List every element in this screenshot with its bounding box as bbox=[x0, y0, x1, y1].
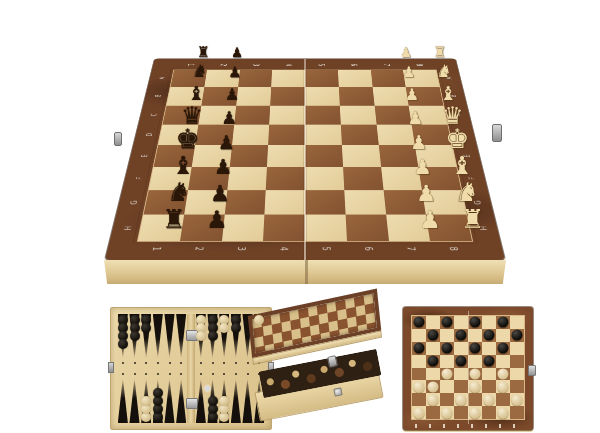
checkers-square-0-3 bbox=[454, 316, 468, 329]
coord-letter-label: E bbox=[446, 150, 486, 161]
checker-piece-black bbox=[442, 317, 453, 328]
checkers-square-0-2 bbox=[440, 316, 454, 329]
checkers-square-1-4 bbox=[468, 329, 482, 342]
checkers-square-2-5 bbox=[482, 342, 496, 355]
coord-number-label: 1 bbox=[143, 235, 170, 263]
checkers-square-2-1 bbox=[426, 342, 440, 355]
metal-snap-icon bbox=[204, 385, 211, 392]
point-marker-dot bbox=[212, 373, 214, 375]
chess-square-1-4 bbox=[305, 87, 340, 105]
chess-square-1-6 bbox=[372, 87, 409, 105]
checkers-square-5-7 bbox=[510, 380, 524, 393]
thumbnail-checkers-board[interactable] bbox=[403, 307, 533, 430]
checker-piece-light bbox=[442, 407, 453, 418]
checkers-square-3-4 bbox=[468, 355, 482, 368]
chess-square-6-3 bbox=[265, 190, 305, 215]
checker-piece-black bbox=[498, 343, 509, 354]
checker-piece-light bbox=[442, 368, 453, 379]
checkers-square-5-3 bbox=[454, 380, 468, 393]
chess-square-4-4 bbox=[305, 145, 343, 167]
backgammon-checker-light bbox=[219, 323, 229, 333]
coord-letter-label: D bbox=[129, 129, 168, 140]
backgammon-checker-black bbox=[130, 331, 140, 341]
checkers-square-7-7 bbox=[510, 406, 524, 419]
checkers-square-4-4 bbox=[468, 368, 482, 381]
checkers-square-6-1 bbox=[426, 393, 440, 406]
coord-letter-label: G bbox=[456, 196, 499, 209]
backgammon-interior bbox=[117, 314, 265, 423]
coord-letter-label: D bbox=[442, 129, 481, 140]
checkers-square-0-0 bbox=[412, 316, 426, 329]
backgammon-checker-black bbox=[208, 396, 218, 406]
checkers-square-7-4 bbox=[468, 406, 482, 419]
checkers-square-0-1 bbox=[426, 316, 440, 329]
chess-square-2-4 bbox=[305, 105, 341, 124]
backgammon-point-top-left-6 bbox=[176, 314, 186, 359]
checkers-square-1-0 bbox=[412, 329, 426, 342]
checker-piece-black bbox=[470, 343, 481, 354]
chess-square-3-3 bbox=[268, 125, 305, 145]
chess-square-4-1 bbox=[191, 145, 231, 167]
checkers-square-4-2 bbox=[440, 368, 454, 381]
checkers-square-2-7 bbox=[510, 342, 524, 355]
checker-piece-black bbox=[414, 317, 425, 328]
checker-piece-black bbox=[442, 343, 453, 354]
checker-piece-light bbox=[414, 407, 425, 418]
metal-latch-icon bbox=[528, 365, 536, 376]
backgammon-checker-black bbox=[141, 323, 151, 333]
coord-letter-label: F bbox=[118, 173, 159, 185]
coord-number-label: 7 bbox=[399, 235, 424, 263]
coord-number-label: 3 bbox=[247, 57, 265, 74]
coords-top: 12345678 bbox=[174, 61, 437, 69]
coord-letter-label: A bbox=[144, 74, 179, 83]
chess-square-5-6 bbox=[381, 167, 422, 190]
checkers-square-6-7 bbox=[510, 393, 524, 406]
checkers-square-5-1 bbox=[426, 380, 440, 393]
chess-square-2-6 bbox=[374, 105, 412, 124]
checkers-fold-seam bbox=[468, 311, 469, 424]
point-marker-dot bbox=[212, 362, 214, 364]
chess-square-5-4 bbox=[305, 167, 344, 190]
chess-piece-dark-pawn: ♟ bbox=[231, 46, 243, 59]
point-marker-dot bbox=[247, 373, 249, 375]
chess-square-6-1 bbox=[184, 190, 227, 215]
checkers-square-7-3 bbox=[454, 406, 468, 419]
backgammon-checker-black bbox=[208, 331, 218, 341]
point-marker-dot bbox=[157, 362, 159, 364]
checkers-square-1-6 bbox=[496, 329, 510, 342]
backgammon-checker-black bbox=[153, 388, 163, 398]
backgammon-point-bottom-left-5 bbox=[164, 378, 174, 423]
chess-square-4-6 bbox=[378, 145, 418, 167]
checker-piece-light bbox=[428, 381, 439, 392]
checkers-square-2-0 bbox=[412, 342, 426, 355]
checker-piece-black bbox=[414, 343, 425, 354]
checkers-square-4-0 bbox=[412, 368, 426, 381]
point-marker-dot bbox=[157, 373, 159, 375]
checkers-square-3-6 bbox=[496, 355, 510, 368]
coord-letter-label: C bbox=[134, 110, 172, 120]
chess-piece-light-rook: ♜ bbox=[433, 45, 446, 60]
checkers-square-0-6 bbox=[496, 316, 510, 329]
metal-latch-icon bbox=[108, 362, 114, 373]
coord-number-label: 7 bbox=[377, 57, 396, 74]
checkers-square-0-7 bbox=[510, 316, 524, 329]
point-marker-dot bbox=[223, 373, 225, 375]
checker-piece-light bbox=[470, 381, 481, 392]
checkers-square-5-4 bbox=[468, 380, 482, 393]
chess-square-4-2 bbox=[229, 145, 268, 167]
checkers-square-2-2 bbox=[440, 342, 454, 355]
chess-square-3-1 bbox=[195, 125, 234, 145]
point-marker-dot bbox=[169, 373, 171, 375]
coord-letter-label: H bbox=[105, 221, 149, 235]
point-marker-dot bbox=[145, 362, 147, 364]
metal-latch-icon bbox=[333, 387, 342, 396]
chess-square-3-6 bbox=[376, 125, 415, 145]
backgammon-point-top-left-4 bbox=[153, 314, 163, 359]
box-side-pine-edge bbox=[104, 260, 506, 284]
checkers-square-5-2 bbox=[440, 380, 454, 393]
checkers-square-4-6 bbox=[496, 368, 510, 381]
point-marker-dot bbox=[145, 373, 147, 375]
checkers-square-6-5 bbox=[482, 393, 496, 406]
checkers-square-0-4 bbox=[468, 316, 482, 329]
coord-number-label: 6 bbox=[357, 235, 381, 263]
chess-square-4-3 bbox=[267, 145, 305, 167]
chess-square-1-3 bbox=[270, 87, 305, 105]
point-marker-dot bbox=[235, 373, 237, 375]
checker-piece-light bbox=[484, 394, 495, 405]
checkers-square-3-1 bbox=[426, 355, 440, 368]
box-fold-gap bbox=[305, 260, 308, 284]
chess-square-1-5 bbox=[339, 87, 375, 105]
checkers-square-4-5 bbox=[482, 368, 496, 381]
backgammon-checker-light bbox=[219, 396, 229, 406]
point-marker-dot bbox=[134, 362, 136, 364]
coord-number-label: 6 bbox=[345, 57, 363, 74]
backgammon-checker-light bbox=[196, 331, 206, 341]
point-marker-dot bbox=[134, 373, 136, 375]
chess-square-1-1 bbox=[201, 87, 238, 105]
point-marker-dot bbox=[247, 362, 249, 364]
coord-letter-label: B bbox=[434, 91, 470, 100]
checkers-square-1-7 bbox=[510, 329, 524, 342]
chess-square-2-3 bbox=[269, 105, 305, 124]
point-marker-dot bbox=[200, 373, 202, 375]
coord-letter-label: A bbox=[431, 74, 466, 83]
checker-piece-light bbox=[414, 381, 425, 392]
checker-piece-black bbox=[428, 356, 439, 367]
checker-piece-black bbox=[498, 317, 509, 328]
checker-piece-light bbox=[470, 407, 481, 418]
checker-piece-black bbox=[428, 330, 439, 341]
point-marker-dot bbox=[180, 373, 182, 375]
checkers-square-1-3 bbox=[454, 329, 468, 342]
chess-square-5-1 bbox=[188, 167, 229, 190]
chess-square-1-2 bbox=[236, 87, 272, 105]
coord-number-label: 2 bbox=[186, 235, 211, 263]
checkers-square-1-2 bbox=[440, 329, 454, 342]
checkers-square-5-6 bbox=[496, 380, 510, 393]
checker-piece-black bbox=[456, 356, 467, 367]
thumbnail-folded-box-with-pieces[interactable] bbox=[250, 310, 392, 422]
point-marker-dot bbox=[122, 373, 124, 375]
checkers-square-7-0 bbox=[412, 406, 426, 419]
chess-square-5-5 bbox=[343, 167, 383, 190]
checkers-square-7-5 bbox=[482, 406, 496, 419]
backgammon-point-bottom-left-6 bbox=[176, 378, 186, 423]
chess-square-5-2 bbox=[227, 167, 267, 190]
checkers-square-5-5 bbox=[482, 380, 496, 393]
metal-latch-icon bbox=[492, 124, 502, 142]
coord-number-label: 1 bbox=[181, 57, 201, 74]
checkers-square-2-6 bbox=[496, 342, 510, 355]
coord-number-label: 5 bbox=[313, 57, 330, 74]
coord-number-label: 4 bbox=[280, 57, 297, 74]
chess-board-surface: 12345678 12345678 ABCDEFGH ABCDEFGH bbox=[105, 59, 505, 260]
coord-number-label: 5 bbox=[315, 235, 337, 263]
checkers-square-3-0 bbox=[412, 355, 426, 368]
main-product-photo-chess-set[interactable]: 12345678 12345678 ABCDEFGH ABCDEFGH ♜♟♟♜… bbox=[100, 0, 510, 295]
checkers-square-1-1 bbox=[426, 329, 440, 342]
checker-piece-black bbox=[470, 317, 481, 328]
checkers-square-4-1 bbox=[426, 368, 440, 381]
checker-piece-light bbox=[470, 368, 481, 379]
checker-piece-light bbox=[456, 394, 467, 405]
checkers-square-3-2 bbox=[440, 355, 454, 368]
chess-square-2-5 bbox=[340, 105, 377, 124]
coord-letter-label: C bbox=[438, 110, 476, 120]
coord-letter-label: H bbox=[461, 221, 505, 235]
backgammon-point-bottom-right-4 bbox=[231, 378, 241, 423]
backgammon-point-bottom-left-2 bbox=[129, 378, 139, 423]
coord-number-label: 8 bbox=[410, 57, 430, 74]
point-marker-dot bbox=[169, 362, 171, 364]
checker-piece-black bbox=[456, 330, 467, 341]
checkers-square-2-4 bbox=[468, 342, 482, 355]
checkers-square-4-3 bbox=[454, 368, 468, 381]
metal-latch-icon bbox=[114, 132, 122, 146]
chess-square-2-2 bbox=[234, 105, 271, 124]
checkers-square-6-0 bbox=[412, 393, 426, 406]
checkers-square-6-2 bbox=[440, 393, 454, 406]
checkers-square-7-2 bbox=[440, 406, 454, 419]
checkers-square-3-3 bbox=[454, 355, 468, 368]
coord-number-label: 3 bbox=[229, 235, 253, 263]
checker-piece-black bbox=[512, 330, 523, 341]
point-marker-dot bbox=[223, 362, 225, 364]
checkers-square-1-5 bbox=[482, 329, 496, 342]
checkers-square-7-1 bbox=[426, 406, 440, 419]
backgammon-point-bottom-left-1 bbox=[118, 378, 128, 423]
hinge-icon bbox=[186, 398, 198, 409]
chess-square-2-1 bbox=[198, 105, 236, 124]
checkers-square-6-6 bbox=[496, 393, 510, 406]
point-marker-dot bbox=[200, 362, 202, 364]
backgammon-checker-light bbox=[141, 396, 151, 406]
board-fold-seam bbox=[304, 59, 306, 260]
point-marker-dot bbox=[235, 362, 237, 364]
checkers-coord-marks bbox=[415, 424, 521, 428]
chess-square-6-5 bbox=[344, 190, 386, 215]
coord-number-label: 2 bbox=[214, 57, 233, 74]
chess-square-4-5 bbox=[342, 145, 381, 167]
checkers-square-3-5 bbox=[482, 355, 496, 368]
coord-letter-label: F bbox=[451, 173, 492, 185]
chess-square-3-5 bbox=[341, 125, 379, 145]
chess-square-6-4 bbox=[305, 190, 345, 215]
coord-letter-label: G bbox=[112, 196, 155, 209]
backgammon-checker-black bbox=[118, 339, 128, 349]
chess-square-5-3 bbox=[266, 167, 305, 190]
coord-letter-label: E bbox=[124, 150, 164, 161]
checker-piece-black bbox=[484, 356, 495, 367]
checker-piece-light bbox=[498, 407, 509, 418]
point-marker-dot bbox=[180, 362, 182, 364]
coords-bottom: 12345678 bbox=[134, 242, 476, 256]
checkers-square-2-3 bbox=[454, 342, 468, 355]
coord-letter-label: B bbox=[139, 91, 175, 100]
chess-square-6-6 bbox=[383, 190, 426, 215]
thumbnail-backgammon-board[interactable] bbox=[110, 307, 272, 430]
checkers-square-3-7 bbox=[510, 355, 524, 368]
checkers-square-6-4 bbox=[468, 393, 482, 406]
checkers-square-7-6 bbox=[496, 406, 510, 419]
checker-piece-light bbox=[498, 381, 509, 392]
checker-piece-light bbox=[498, 368, 509, 379]
checkers-square-5-0 bbox=[412, 380, 426, 393]
backgammon-checker-black bbox=[231, 323, 241, 333]
backgammon-point-top-left-5 bbox=[164, 314, 174, 359]
point-marker-dot bbox=[122, 362, 124, 364]
checker-piece-black bbox=[484, 330, 495, 341]
coord-number-label: 4 bbox=[272, 235, 294, 263]
chess-square-6-2 bbox=[224, 190, 266, 215]
checker-piece-light bbox=[428, 394, 439, 405]
checker-piece-light bbox=[512, 394, 523, 405]
chess-square-3-2 bbox=[232, 125, 270, 145]
checkers-square-4-7 bbox=[510, 368, 524, 381]
checkers-square-0-5 bbox=[482, 316, 496, 329]
chess-square-3-4 bbox=[305, 125, 342, 145]
checkers-square-6-3 bbox=[454, 393, 468, 406]
